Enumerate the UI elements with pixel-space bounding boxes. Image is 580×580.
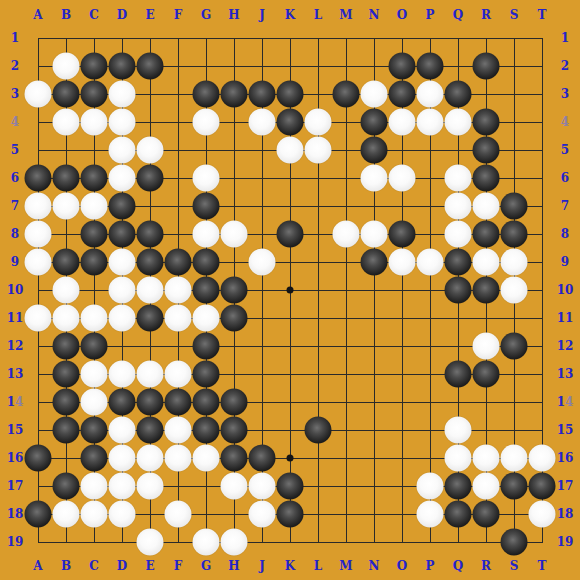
- row-label-left: 7: [11, 200, 19, 212]
- stone-white-P17: [417, 473, 444, 500]
- stone-black-E9: [137, 249, 164, 276]
- row-label-right: 6: [561, 172, 569, 184]
- column-label-top: K: [285, 9, 295, 21]
- column-label-top: F: [174, 9, 183, 21]
- stone-white-H19: [221, 529, 248, 556]
- stone-black-G9: [193, 249, 220, 276]
- stone-black-D14: [109, 389, 136, 416]
- stone-black-G3: [193, 81, 220, 108]
- stone-black-K17: [277, 473, 304, 500]
- stone-black-G14: [193, 389, 220, 416]
- stone-black-S8: [501, 221, 528, 248]
- stone-white-D17: [109, 473, 136, 500]
- row-label-left: 15: [7, 424, 24, 436]
- stone-white-C14: [81, 389, 108, 416]
- stone-black-S19: [501, 529, 528, 556]
- stone-black-F9: [165, 249, 192, 276]
- stone-black-C12: [81, 333, 108, 360]
- stone-white-A8: [25, 221, 52, 248]
- stone-white-T16: [529, 445, 556, 472]
- stone-white-T18: [529, 501, 556, 528]
- stone-white-C17: [81, 473, 108, 500]
- stone-white-B18: [53, 501, 80, 528]
- stone-white-F13: [165, 361, 192, 388]
- column-label-bottom: B: [61, 560, 71, 572]
- star-point-K16: [287, 455, 294, 462]
- stone-black-B12: [53, 333, 80, 360]
- stone-white-N6: [361, 165, 388, 192]
- stone-black-B17: [53, 473, 80, 500]
- column-label-bottom: N: [369, 560, 380, 572]
- stone-black-C8: [81, 221, 108, 248]
- row-label-left: 19: [7, 536, 24, 548]
- stone-white-L5: [305, 137, 332, 164]
- row-label-left: 10: [7, 284, 24, 296]
- stone-white-C7: [81, 193, 108, 220]
- column-label-bottom: O: [397, 560, 407, 572]
- stone-black-F14: [165, 389, 192, 416]
- stone-black-Q13: [445, 361, 472, 388]
- column-label-top: Q: [453, 9, 463, 21]
- stone-black-C6: [81, 165, 108, 192]
- stone-black-H16: [221, 445, 248, 472]
- stone-black-R18: [473, 501, 500, 528]
- stone-white-R12: [473, 333, 500, 360]
- stone-white-M8: [333, 221, 360, 248]
- column-label-top: S: [510, 9, 519, 21]
- stone-black-Q18: [445, 501, 472, 528]
- stone-black-C15: [81, 417, 108, 444]
- stone-white-Q8: [445, 221, 472, 248]
- stone-white-C18: [81, 501, 108, 528]
- stone-white-Q4: [445, 109, 472, 136]
- stone-black-K3: [277, 81, 304, 108]
- stone-black-M3: [333, 81, 360, 108]
- stone-white-Q15: [445, 417, 472, 444]
- row-label-left: 1: [11, 32, 19, 44]
- stone-white-Q7: [445, 193, 472, 220]
- row-label-left: 13: [7, 368, 24, 380]
- grid-line-horizontal: [38, 542, 543, 543]
- stone-white-Q6: [445, 165, 472, 192]
- stone-white-P18: [417, 501, 444, 528]
- column-label-bottom: F: [174, 560, 183, 572]
- stone-white-J4: [249, 109, 276, 136]
- stone-white-D10: [109, 277, 136, 304]
- stone-black-E6: [137, 165, 164, 192]
- stone-black-B9: [53, 249, 80, 276]
- stone-black-J3: [249, 81, 276, 108]
- stone-white-G4: [193, 109, 220, 136]
- column-label-bottom: R: [481, 560, 491, 572]
- stone-white-E5: [137, 137, 164, 164]
- row-label-right: 3: [561, 88, 569, 100]
- column-label-bottom: L: [314, 560, 322, 572]
- stone-white-R16: [473, 445, 500, 472]
- column-label-top: D: [117, 9, 127, 21]
- stone-white-N3: [361, 81, 388, 108]
- stone-white-E13: [137, 361, 164, 388]
- column-label-top: C: [89, 9, 99, 21]
- stone-white-D5: [109, 137, 136, 164]
- stone-black-N4: [361, 109, 388, 136]
- stone-white-A7: [25, 193, 52, 220]
- column-label-top: H: [228, 9, 239, 21]
- stone-white-D18: [109, 501, 136, 528]
- row-label-right: 16: [557, 452, 574, 464]
- row-label-left: 6: [11, 172, 19, 184]
- stone-black-N9: [361, 249, 388, 276]
- stone-white-D6: [109, 165, 136, 192]
- stone-black-H14: [221, 389, 248, 416]
- stone-white-D15: [109, 417, 136, 444]
- stone-white-F10: [165, 277, 192, 304]
- stone-black-R13: [473, 361, 500, 388]
- stone-white-F16: [165, 445, 192, 472]
- stone-white-E10: [137, 277, 164, 304]
- stone-white-D16: [109, 445, 136, 472]
- stone-black-B15: [53, 417, 80, 444]
- stone-black-Q17: [445, 473, 472, 500]
- stone-white-E17: [137, 473, 164, 500]
- stone-white-G11: [193, 305, 220, 332]
- stone-white-P3: [417, 81, 444, 108]
- row-label-left: 8: [11, 228, 19, 240]
- stone-black-B3: [53, 81, 80, 108]
- column-label-top: B: [61, 9, 71, 21]
- stone-white-D9: [109, 249, 136, 276]
- stone-white-C13: [81, 361, 108, 388]
- row-label-right: 17: [557, 480, 574, 492]
- stone-black-G10: [193, 277, 220, 304]
- column-label-bottom: G: [201, 560, 211, 572]
- stone-black-H3: [221, 81, 248, 108]
- row-label-left: 16: [7, 452, 24, 464]
- stone-white-G16: [193, 445, 220, 472]
- row-label-left: 12: [7, 340, 24, 352]
- stone-black-G15: [193, 417, 220, 444]
- stone-white-S16: [501, 445, 528, 472]
- stone-black-R2: [473, 53, 500, 80]
- stone-white-D3: [109, 81, 136, 108]
- stone-white-F18: [165, 501, 192, 528]
- row-label-right: 2: [561, 60, 569, 72]
- stone-white-D11: [109, 305, 136, 332]
- stone-white-A9: [25, 249, 52, 276]
- stone-black-C2: [81, 53, 108, 80]
- row-label-left: 9: [11, 256, 19, 268]
- stone-black-G7: [193, 193, 220, 220]
- row-label-right: 4: [561, 116, 569, 128]
- column-label-bottom: A: [33, 560, 42, 572]
- stone-white-J9: [249, 249, 276, 276]
- stone-black-O2: [389, 53, 416, 80]
- row-label-right: 10: [557, 284, 574, 296]
- stone-white-B2: [53, 53, 80, 80]
- column-label-top: L: [314, 9, 322, 21]
- stone-black-D8: [109, 221, 136, 248]
- row-label-left: 17: [7, 480, 24, 492]
- row-label-right: 15: [557, 424, 574, 436]
- column-label-top: G: [201, 9, 211, 21]
- row-label-right: 11: [557, 312, 574, 324]
- go-board[interactable]: AA11BB22CC33DD44EE55FF66GG77HH88JJ99KK10…: [0, 0, 580, 580]
- stone-black-T17: [529, 473, 556, 500]
- stone-white-F15: [165, 417, 192, 444]
- stone-white-E16: [137, 445, 164, 472]
- stone-black-R6: [473, 165, 500, 192]
- stone-white-G6: [193, 165, 220, 192]
- column-label-top: T: [538, 9, 547, 21]
- row-label-right: 1: [561, 32, 569, 44]
- stone-black-H15: [221, 417, 248, 444]
- stone-black-Q9: [445, 249, 472, 276]
- stone-black-Q3: [445, 81, 472, 108]
- stone-white-J18: [249, 501, 276, 528]
- column-label-bottom: J: [259, 560, 265, 572]
- grid-line-vertical: [346, 38, 347, 543]
- stone-white-H8: [221, 221, 248, 248]
- column-label-top: E: [145, 9, 154, 21]
- stone-black-H11: [221, 305, 248, 332]
- stone-white-C11: [81, 305, 108, 332]
- column-label-bottom: M: [339, 560, 352, 572]
- stone-black-R5: [473, 137, 500, 164]
- row-label-right: 8: [561, 228, 569, 240]
- stone-black-E2: [137, 53, 164, 80]
- column-label-bottom: Q: [453, 560, 463, 572]
- stone-white-A3: [25, 81, 52, 108]
- stone-black-C16: [81, 445, 108, 472]
- row-label-right: 18: [557, 508, 574, 520]
- column-label-top: O: [397, 9, 407, 21]
- column-label-bottom: H: [228, 560, 239, 572]
- stone-white-H17: [221, 473, 248, 500]
- stone-black-K4: [277, 109, 304, 136]
- stone-black-S7: [501, 193, 528, 220]
- stone-black-G12: [193, 333, 220, 360]
- stone-white-Q16: [445, 445, 472, 472]
- stone-white-D4: [109, 109, 136, 136]
- stone-black-D2: [109, 53, 136, 80]
- row-label-right: 13: [557, 368, 574, 380]
- column-label-top: P: [425, 9, 434, 21]
- stone-black-O8: [389, 221, 416, 248]
- stone-white-L4: [305, 109, 332, 136]
- stone-white-B11: [53, 305, 80, 332]
- row-label-right: 19: [557, 536, 574, 548]
- column-label-top: M: [339, 9, 352, 21]
- stone-black-K8: [277, 221, 304, 248]
- stone-black-D7: [109, 193, 136, 220]
- stone-black-A16: [25, 445, 52, 472]
- row-label-left: 18: [7, 508, 24, 520]
- stone-white-J17: [249, 473, 276, 500]
- column-label-bottom: E: [145, 560, 154, 572]
- stone-white-G19: [193, 529, 220, 556]
- column-label-bottom: P: [425, 560, 434, 572]
- column-label-top: R: [481, 9, 491, 21]
- stone-white-F11: [165, 305, 192, 332]
- stone-white-A11: [25, 305, 52, 332]
- row-label-left: 5: [11, 144, 19, 156]
- column-label-bottom: C: [89, 560, 99, 572]
- stone-black-Q10: [445, 277, 472, 304]
- stone-black-G13: [193, 361, 220, 388]
- row-label-right: 9: [561, 256, 569, 268]
- stone-white-G8: [193, 221, 220, 248]
- stone-black-C9: [81, 249, 108, 276]
- row-label-right: 12: [557, 340, 574, 352]
- stone-black-J16: [249, 445, 276, 472]
- stone-black-E11: [137, 305, 164, 332]
- stone-black-B6: [53, 165, 80, 192]
- stone-black-C3: [81, 81, 108, 108]
- stone-black-E15: [137, 417, 164, 444]
- stone-white-N8: [361, 221, 388, 248]
- column-label-bottom: S: [510, 560, 519, 572]
- grid-line-horizontal: [38, 346, 543, 347]
- row-label-right: 5: [561, 144, 569, 156]
- stone-black-H10: [221, 277, 248, 304]
- stone-white-R9: [473, 249, 500, 276]
- stone-white-D13: [109, 361, 136, 388]
- column-label-bottom: K: [285, 560, 295, 572]
- stone-black-E14: [137, 389, 164, 416]
- stone-black-P2: [417, 53, 444, 80]
- stone-white-P9: [417, 249, 444, 276]
- stone-white-B4: [53, 109, 80, 136]
- row-label-left: 11: [7, 312, 24, 324]
- row-label-left: 3: [11, 88, 19, 100]
- stone-white-C4: [81, 109, 108, 136]
- row-label-right: 14: [557, 396, 574, 408]
- stone-black-S12: [501, 333, 528, 360]
- stone-black-K18: [277, 501, 304, 528]
- stone-black-E8: [137, 221, 164, 248]
- stone-black-R10: [473, 277, 500, 304]
- star-point-K10: [287, 287, 294, 294]
- stone-black-B14: [53, 389, 80, 416]
- column-label-top: J: [259, 9, 265, 21]
- stone-black-R8: [473, 221, 500, 248]
- stone-black-A6: [25, 165, 52, 192]
- stone-white-R17: [473, 473, 500, 500]
- stone-black-L15: [305, 417, 332, 444]
- column-label-top: N: [369, 9, 380, 21]
- row-label-right: 7: [561, 200, 569, 212]
- row-label-left: 2: [11, 60, 19, 72]
- stone-white-B10: [53, 277, 80, 304]
- stone-white-B7: [53, 193, 80, 220]
- stone-white-O6: [389, 165, 416, 192]
- stone-white-O9: [389, 249, 416, 276]
- row-label-left: 4: [11, 116, 19, 128]
- row-label-left: 14: [7, 396, 24, 408]
- stone-white-P4: [417, 109, 444, 136]
- column-label-top: A: [33, 9, 42, 21]
- stone-black-S17: [501, 473, 528, 500]
- stone-white-E19: [137, 529, 164, 556]
- stone-white-S10: [501, 277, 528, 304]
- stone-black-O3: [389, 81, 416, 108]
- stone-black-N5: [361, 137, 388, 164]
- stone-white-R7: [473, 193, 500, 220]
- stone-white-K5: [277, 137, 304, 164]
- column-label-bottom: D: [117, 560, 127, 572]
- stone-white-S9: [501, 249, 528, 276]
- stone-white-O4: [389, 109, 416, 136]
- column-label-bottom: T: [538, 560, 547, 572]
- stone-black-R4: [473, 109, 500, 136]
- stone-black-A18: [25, 501, 52, 528]
- stone-black-B13: [53, 361, 80, 388]
